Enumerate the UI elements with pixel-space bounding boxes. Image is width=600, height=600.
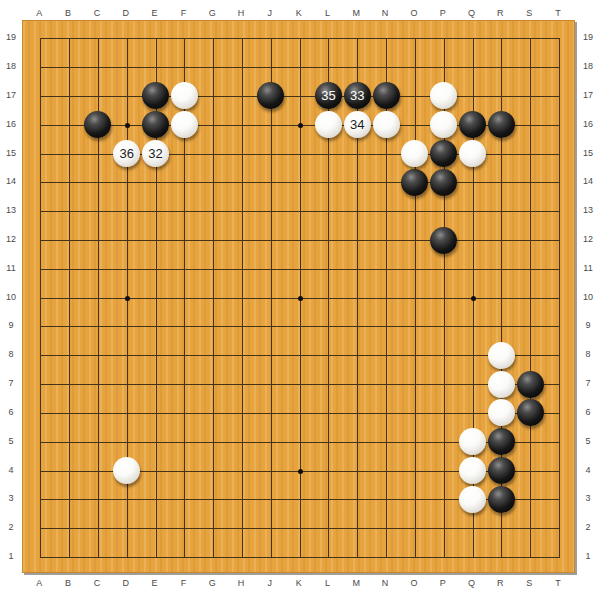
row-label-right-5: 5 — [585, 436, 590, 446]
white-stone-Q3[interactable] — [459, 486, 486, 513]
row-label-left-3: 3 — [8, 493, 13, 503]
white-stone-N16[interactable] — [373, 111, 400, 138]
grid-line-vertical — [559, 38, 560, 558]
column-label-top-E: E — [152, 8, 158, 18]
white-stone-P17[interactable] — [430, 82, 457, 109]
grid-line-vertical — [530, 38, 531, 558]
column-label-bottom-P: P — [440, 578, 446, 588]
move-number-label: 32 — [148, 147, 162, 160]
row-label-right-17: 17 — [583, 90, 593, 100]
row-label-left-5: 5 — [8, 436, 13, 446]
row-label-right-18: 18 — [583, 61, 593, 71]
column-label-bottom-L: L — [325, 578, 330, 588]
move-number-label: 35 — [321, 89, 335, 102]
star-point-K10 — [298, 296, 303, 301]
row-label-right-3: 3 — [585, 493, 590, 503]
column-label-top-D: D — [123, 8, 130, 18]
row-label-left-1: 1 — [8, 551, 13, 561]
column-label-top-M: M — [353, 8, 361, 18]
row-label-left-7: 7 — [8, 378, 13, 388]
star-point-K16 — [298, 123, 303, 128]
row-label-right-9: 9 — [585, 320, 590, 330]
column-label-top-N: N — [382, 8, 389, 18]
column-label-bottom-R: R — [497, 578, 504, 588]
row-label-left-13: 13 — [6, 205, 16, 215]
column-label-top-O: O — [410, 8, 417, 18]
move-number-label: 36 — [120, 147, 134, 160]
star-point-K4 — [298, 469, 303, 474]
white-stone-R7[interactable] — [488, 371, 515, 398]
black-stone-R3[interactable] — [488, 486, 515, 513]
black-stone-Q16[interactable] — [459, 111, 486, 138]
column-label-bottom-E: E — [152, 578, 158, 588]
black-stone-S6[interactable] — [517, 399, 544, 426]
column-label-bottom-H: H — [238, 578, 245, 588]
white-stone-R6[interactable] — [488, 399, 515, 426]
row-label-right-1: 1 — [585, 551, 590, 561]
row-label-left-8: 8 — [8, 349, 13, 359]
white-stone-Q4[interactable] — [459, 457, 486, 484]
white-stone-F17[interactable] — [171, 82, 198, 109]
black-stone-S7[interactable] — [517, 371, 544, 398]
row-label-left-9: 9 — [8, 320, 13, 330]
column-label-bottom-B: B — [65, 578, 71, 588]
star-point-D16 — [125, 123, 130, 128]
move-number-label: 34 — [350, 118, 364, 131]
go-board[interactable]: 3533363234 — [22, 20, 575, 573]
row-label-left-15: 15 — [6, 148, 16, 158]
black-stone-O14[interactable] — [401, 169, 428, 196]
white-stone-L16[interactable] — [315, 111, 342, 138]
white-stone-R8[interactable] — [488, 342, 515, 369]
row-label-right-14: 14 — [583, 176, 593, 186]
column-label-top-T: T — [555, 8, 561, 18]
grid-line-horizontal — [40, 384, 560, 385]
column-label-top-K: K — [296, 8, 302, 18]
white-stone-Q5[interactable] — [459, 428, 486, 455]
black-stone-M17[interactable]: 33 — [344, 82, 371, 109]
row-label-right-10: 10 — [583, 292, 593, 302]
row-label-right-16: 16 — [583, 119, 593, 129]
grid-line-horizontal — [40, 528, 560, 529]
grid-line-horizontal — [40, 355, 560, 356]
white-stone-P16[interactable] — [430, 111, 457, 138]
row-label-left-4: 4 — [8, 465, 13, 475]
white-stone-E15[interactable]: 32 — [142, 140, 169, 167]
column-label-top-L: L — [325, 8, 330, 18]
star-point-D10 — [125, 296, 130, 301]
row-label-left-2: 2 — [8, 522, 13, 532]
column-label-top-P: P — [440, 8, 446, 18]
column-label-bottom-O: O — [410, 578, 417, 588]
column-label-top-A: A — [36, 8, 42, 18]
black-stone-R5[interactable] — [488, 428, 515, 455]
white-stone-O15[interactable] — [401, 140, 428, 167]
column-label-top-R: R — [497, 8, 504, 18]
row-label-left-17: 17 — [6, 90, 16, 100]
black-stone-J17[interactable] — [257, 82, 284, 109]
column-label-top-J: J — [268, 8, 273, 18]
column-label-top-Q: Q — [468, 8, 475, 18]
white-stone-F16[interactable] — [171, 111, 198, 138]
column-label-top-S: S — [526, 8, 532, 18]
star-point-Q10 — [471, 296, 476, 301]
black-stone-P14[interactable] — [430, 169, 457, 196]
grid-line-horizontal — [40, 326, 560, 327]
column-label-bottom-C: C — [94, 578, 101, 588]
white-stone-D4[interactable] — [113, 457, 140, 484]
column-label-top-C: C — [94, 8, 101, 18]
column-label-bottom-N: N — [382, 578, 389, 588]
row-label-right-8: 8 — [585, 349, 590, 359]
row-label-right-13: 13 — [583, 205, 593, 215]
row-label-left-10: 10 — [6, 292, 16, 302]
column-label-bottom-F: F — [181, 578, 187, 588]
column-label-bottom-K: K — [296, 578, 302, 588]
column-label-bottom-S: S — [526, 578, 532, 588]
black-stone-P15[interactable] — [430, 140, 457, 167]
row-label-left-16: 16 — [6, 119, 16, 129]
go-board-app: 3533363234 AABBCCDDEEFFGGHHJJKKLLMMNNOOP… — [0, 0, 600, 600]
white-stone-D15[interactable]: 36 — [113, 140, 140, 167]
row-label-left-19: 19 — [6, 32, 16, 42]
column-label-bottom-G: G — [209, 578, 216, 588]
row-label-left-12: 12 — [6, 234, 16, 244]
column-label-top-G: G — [209, 8, 216, 18]
black-stone-C16[interactable] — [84, 111, 111, 138]
column-label-bottom-T: T — [555, 578, 561, 588]
move-number-label: 33 — [350, 89, 364, 102]
row-label-left-6: 6 — [8, 407, 13, 417]
grid-line-horizontal — [40, 413, 560, 414]
row-label-right-12: 12 — [583, 234, 593, 244]
row-label-left-14: 14 — [6, 176, 16, 186]
black-stone-E16[interactable] — [142, 111, 169, 138]
row-label-left-18: 18 — [6, 61, 16, 71]
black-stone-E17[interactable] — [142, 82, 169, 109]
row-label-right-6: 6 — [585, 407, 590, 417]
column-label-top-F: F — [181, 8, 187, 18]
column-label-bottom-A: A — [36, 578, 42, 588]
row-label-right-2: 2 — [585, 522, 590, 532]
row-label-right-4: 4 — [585, 465, 590, 475]
white-stone-M16[interactable]: 34 — [344, 111, 371, 138]
column-label-bottom-J: J — [268, 578, 273, 588]
black-stone-N17[interactable] — [373, 82, 400, 109]
column-label-bottom-M: M — [353, 578, 361, 588]
black-stone-R4[interactable] — [488, 457, 515, 484]
column-label-bottom-Q: Q — [468, 578, 475, 588]
row-label-right-19: 19 — [583, 32, 593, 42]
row-label-right-7: 7 — [585, 378, 590, 388]
row-label-right-15: 15 — [583, 148, 593, 158]
row-label-left-11: 11 — [6, 263, 15, 273]
column-label-top-H: H — [238, 8, 245, 18]
black-stone-L17[interactable]: 35 — [315, 82, 342, 109]
row-label-right-11: 11 — [583, 263, 592, 273]
black-stone-R16[interactable] — [488, 111, 515, 138]
grid-line-horizontal — [40, 557, 560, 558]
white-stone-Q15[interactable] — [459, 140, 486, 167]
column-label-top-B: B — [65, 8, 71, 18]
column-label-bottom-D: D — [123, 578, 130, 588]
black-stone-P12[interactable] — [430, 227, 457, 254]
grid-line-vertical — [415, 38, 416, 558]
